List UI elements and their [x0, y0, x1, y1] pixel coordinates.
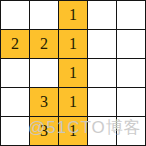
- cell-r0c2[interactable]: 1: [59, 1, 87, 29]
- cell-r0c4[interactable]: [117, 1, 145, 29]
- cell-r4c4[interactable]: [117, 117, 145, 145]
- cell-r1c1[interactable]: 2: [30, 30, 58, 58]
- cell-r0c0[interactable]: [1, 1, 29, 29]
- cell-r4c2[interactable]: 1: [59, 117, 87, 145]
- cell-r2c2[interactable]: 1: [59, 59, 87, 87]
- cell-r4c1[interactable]: 3: [30, 117, 58, 145]
- cell-r2c4[interactable]: [117, 59, 145, 87]
- cell-r2c1[interactable]: [30, 59, 58, 87]
- cell-r3c0[interactable]: [1, 88, 29, 116]
- cell-r3c2[interactable]: 1: [59, 88, 87, 116]
- cell-r2c3[interactable]: [88, 59, 116, 87]
- cell-r1c4[interactable]: [117, 30, 145, 58]
- cell-r1c3[interactable]: [88, 30, 116, 58]
- cell-r3c3[interactable]: [88, 88, 116, 116]
- puzzle-stage: 122113131 @51CTO博客: [0, 0, 146, 146]
- cell-r0c3[interactable]: [88, 1, 116, 29]
- puzzle-board: 122113131: [0, 0, 146, 146]
- cell-r2c0[interactable]: [1, 59, 29, 87]
- cell-r1c2[interactable]: 1: [59, 30, 87, 58]
- cell-r4c0[interactable]: [1, 117, 29, 145]
- cell-r1c0[interactable]: 2: [1, 30, 29, 58]
- cell-r3c4[interactable]: [117, 88, 145, 116]
- cell-r3c1[interactable]: 3: [30, 88, 58, 116]
- cell-r0c1[interactable]: [30, 1, 58, 29]
- cell-r4c3[interactable]: [88, 117, 116, 145]
